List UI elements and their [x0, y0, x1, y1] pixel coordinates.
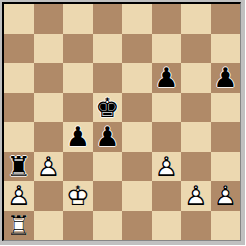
square-a3[interactable]: [4, 152, 34, 182]
piece-white-pawn[interactable]: [152, 152, 182, 182]
square-c8[interactable]: [63, 4, 93, 34]
piece-white-pawn[interactable]: [181, 181, 211, 211]
square-e4[interactable]: [122, 122, 152, 152]
square-h1[interactable]: [211, 211, 241, 241]
square-c6[interactable]: [63, 63, 93, 93]
square-d2[interactable]: [93, 181, 123, 211]
square-d3[interactable]: [93, 152, 123, 182]
piece-black-pawn[interactable]: [63, 122, 93, 152]
square-f4[interactable]: [152, 122, 182, 152]
square-h8[interactable]: [211, 4, 241, 34]
square-c7[interactable]: [63, 34, 93, 64]
square-g5[interactable]: [181, 93, 211, 123]
piece-black-pawn[interactable]: [211, 63, 241, 93]
square-h5[interactable]: [211, 93, 241, 123]
square-a1[interactable]: [4, 211, 34, 241]
square-g8[interactable]: [181, 4, 211, 34]
square-d8[interactable]: [93, 4, 123, 34]
board-frame: [0, 0, 246, 246]
piece-white-pawn[interactable]: [34, 152, 64, 182]
piece-white-rook[interactable]: [4, 211, 34, 241]
square-d7[interactable]: [93, 34, 123, 64]
piece-black-pawn[interactable]: [152, 63, 182, 93]
square-f8[interactable]: [152, 4, 182, 34]
square-a6[interactable]: [4, 63, 34, 93]
square-a4[interactable]: [4, 122, 34, 152]
square-d4[interactable]: [93, 122, 123, 152]
square-f7[interactable]: [152, 34, 182, 64]
square-a2[interactable]: [4, 181, 34, 211]
square-c4[interactable]: [63, 122, 93, 152]
piece-black-pawn[interactable]: [93, 122, 123, 152]
square-h7[interactable]: [211, 34, 241, 64]
square-b4[interactable]: [34, 122, 64, 152]
square-d5[interactable]: [93, 93, 123, 123]
square-h4[interactable]: [211, 122, 241, 152]
square-f1[interactable]: [152, 211, 182, 241]
square-g6[interactable]: [181, 63, 211, 93]
square-h6[interactable]: [211, 63, 241, 93]
square-b7[interactable]: [34, 34, 64, 64]
square-d6[interactable]: [93, 63, 123, 93]
square-g7[interactable]: [181, 34, 211, 64]
square-f3[interactable]: [152, 152, 182, 182]
square-c2[interactable]: [63, 181, 93, 211]
square-e1[interactable]: [122, 211, 152, 241]
square-b1[interactable]: [34, 211, 64, 241]
piece-white-pawn[interactable]: [4, 181, 34, 211]
square-b3[interactable]: [34, 152, 64, 182]
square-e5[interactable]: [122, 93, 152, 123]
square-g4[interactable]: [181, 122, 211, 152]
square-b6[interactable]: [34, 63, 64, 93]
square-c5[interactable]: [63, 93, 93, 123]
square-e2[interactable]: [122, 181, 152, 211]
square-c3[interactable]: [63, 152, 93, 182]
board-border: [2, 2, 241, 241]
piece-black-king[interactable]: [93, 93, 123, 123]
square-h2[interactable]: [211, 181, 241, 211]
square-b8[interactable]: [34, 4, 64, 34]
square-g1[interactable]: [181, 211, 211, 241]
square-a5[interactable]: [4, 93, 34, 123]
piece-black-rook[interactable]: [4, 152, 34, 182]
piece-white-pawn[interactable]: [211, 181, 241, 211]
square-d1[interactable]: [93, 211, 123, 241]
square-g2[interactable]: [181, 181, 211, 211]
chess-board: [4, 4, 240, 240]
square-b2[interactable]: [34, 181, 64, 211]
square-f5[interactable]: [152, 93, 182, 123]
square-h3[interactable]: [211, 152, 241, 182]
square-g3[interactable]: [181, 152, 211, 182]
square-b5[interactable]: [34, 93, 64, 123]
square-e3[interactable]: [122, 152, 152, 182]
square-e7[interactable]: [122, 34, 152, 64]
piece-white-king[interactable]: [63, 181, 93, 211]
square-a8[interactable]: [4, 4, 34, 34]
square-e8[interactable]: [122, 4, 152, 34]
square-c1[interactable]: [63, 211, 93, 241]
square-e6[interactable]: [122, 63, 152, 93]
square-a7[interactable]: [4, 34, 34, 64]
square-f2[interactable]: [152, 181, 182, 211]
square-f6[interactable]: [152, 63, 182, 93]
